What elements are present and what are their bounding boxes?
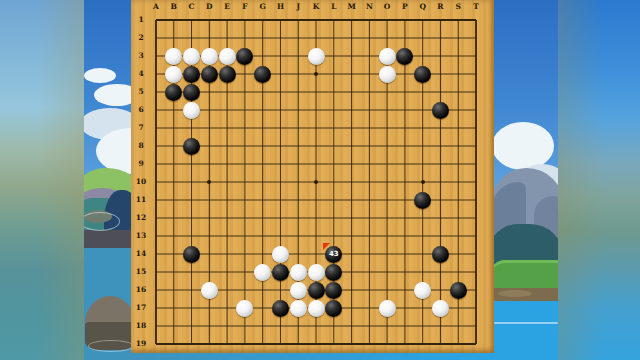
stone-black-C8 — [183, 138, 200, 155]
row-label-1: 1 — [131, 15, 151, 25]
stone-black-K16 — [308, 282, 325, 299]
stone-black-C4 — [183, 66, 200, 83]
app-window: ABCDEFGHJKLMNOPQRST 12345678910111213141… — [0, 0, 640, 360]
water-highlight-line — [494, 322, 558, 324]
stone-black-E4 — [219, 66, 236, 83]
row-label-11: 11 — [131, 195, 151, 205]
stone-white-E3 — [219, 48, 236, 65]
row-label-2: 2 — [131, 33, 151, 43]
stone-white-K15 — [308, 264, 325, 281]
stone-black-B5 — [165, 84, 182, 101]
stone-black-L15 — [325, 264, 342, 281]
blurred-side-panel-right — [558, 0, 640, 360]
stone-white-G15 — [254, 264, 271, 281]
stone-white-O4 — [379, 66, 396, 83]
stone-white-O17 — [379, 300, 396, 317]
stone-black-Q4 — [414, 66, 431, 83]
row-label-9: 9 — [131, 159, 151, 169]
stone-white-J17 — [290, 300, 307, 317]
stone-black-R14 — [432, 246, 449, 263]
stone-white-D16 — [201, 282, 218, 299]
stone-black-P3 — [396, 48, 413, 65]
row-label-13: 13 — [131, 231, 151, 241]
star-point-K10 — [314, 180, 318, 184]
stone-white-Q16 — [414, 282, 431, 299]
row-label-12: 12 — [131, 213, 151, 223]
row-label-14: 14 — [131, 249, 151, 259]
go-board[interactable]: ABCDEFGHJKLMNOPQRST 12345678910111213141… — [131, 0, 494, 353]
stone-black-D4 — [201, 66, 218, 83]
row-label-17: 17 — [131, 303, 151, 313]
row-label-7: 7 — [131, 123, 151, 133]
stone-black-F3 — [236, 48, 253, 65]
stone-white-O3 — [379, 48, 396, 65]
row-label-10: 10 — [131, 177, 151, 187]
star-point-K4 — [314, 72, 318, 76]
star-point-Q10 — [421, 180, 425, 184]
stone-black-S16 — [450, 282, 467, 299]
row-label-5: 5 — [131, 87, 151, 97]
stone-white-J16 — [290, 282, 307, 299]
dirt-patch — [498, 290, 532, 297]
stone-black-C14 — [183, 246, 200, 263]
stone-white-C6 — [183, 102, 200, 119]
stone-white-B3 — [165, 48, 182, 65]
stone-black-R6 — [432, 102, 449, 119]
row-label-3: 3 — [131, 51, 151, 61]
stone-white-J15 — [290, 264, 307, 281]
stone-black-L16 — [325, 282, 342, 299]
cloud-icon — [492, 122, 554, 170]
water-ripple — [88, 340, 134, 352]
stone-white-C3 — [183, 48, 200, 65]
stone-white-F17 — [236, 300, 253, 317]
stone-white-K17 — [308, 300, 325, 317]
stone-black-L14: 43 — [325, 246, 342, 263]
cloud-icon — [84, 68, 116, 83]
stone-black-H17 — [272, 300, 289, 317]
stone-white-K3 — [308, 48, 325, 65]
row-label-19: 19 — [131, 339, 151, 349]
blurred-side-panel-left — [0, 0, 84, 360]
stone-white-H14 — [272, 246, 289, 263]
stone-black-C5 — [183, 84, 200, 101]
row-label-4: 4 — [131, 69, 151, 79]
row-label-15: 15 — [131, 267, 151, 277]
row-label-16: 16 — [131, 285, 151, 295]
stone-black-L17 — [325, 300, 342, 317]
stone-black-Q11 — [414, 192, 431, 209]
row-label-6: 6 — [131, 105, 151, 115]
stone-white-D3 — [201, 48, 218, 65]
stone-white-B4 — [165, 66, 182, 83]
row-label-8: 8 — [131, 141, 151, 151]
last-move-number: 43 — [325, 246, 342, 263]
row-label-18: 18 — [131, 321, 151, 331]
stone-black-G4 — [254, 66, 271, 83]
water-ripple — [80, 212, 120, 231]
stone-white-R17 — [432, 300, 449, 317]
stone-black-H15 — [272, 264, 289, 281]
